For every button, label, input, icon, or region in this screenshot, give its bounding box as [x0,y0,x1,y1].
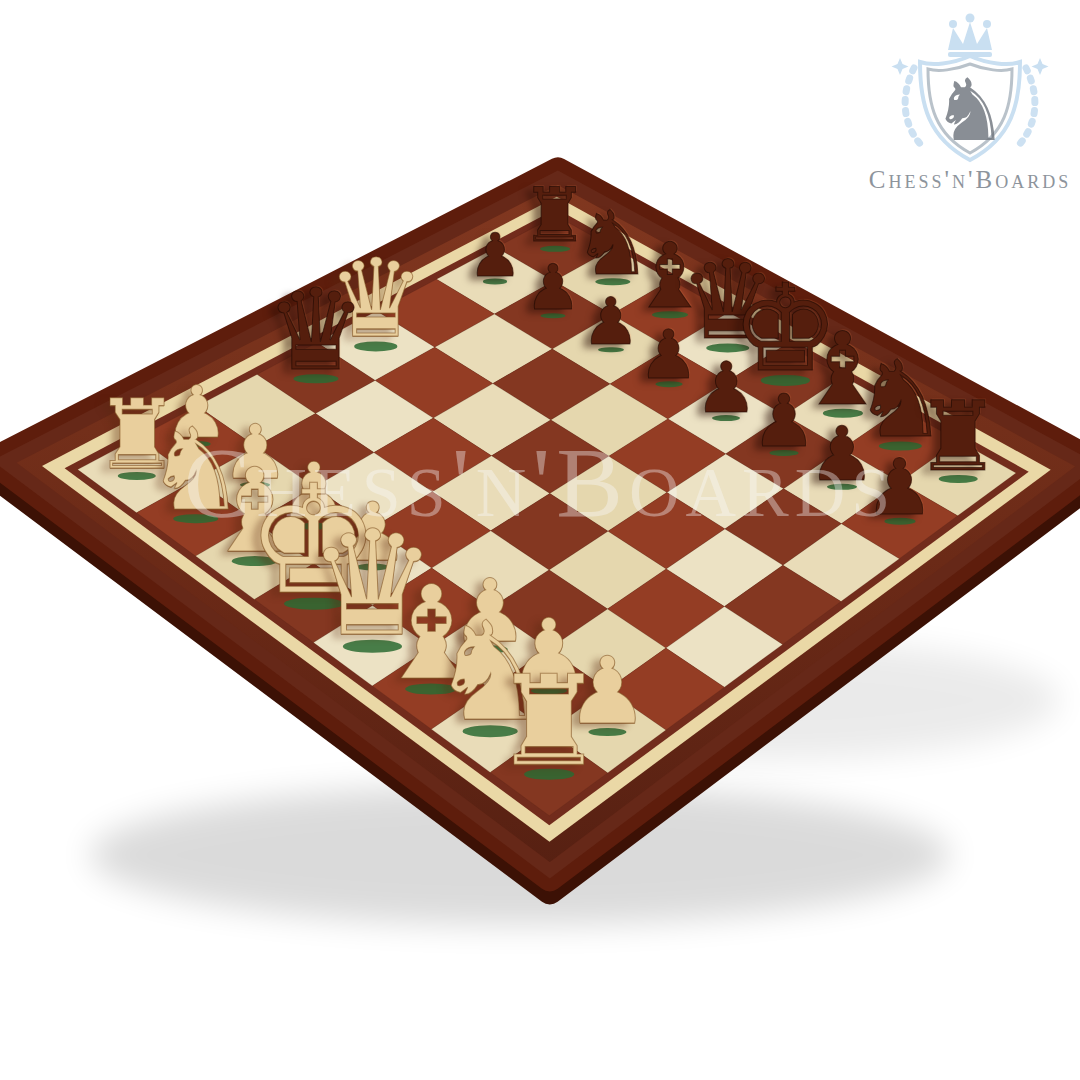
brand-logo-text: Chess'n'Boards [822,166,1080,194]
product-photo: ♜♟♞♝♟♛♛♟♛♚♟♝♟♟♞♟♜♜♟♟♞♟♟♝♟♚♛♟♝♟♞♟♜ Chess'… [0,0,1080,1080]
crown-icon [948,14,992,58]
brand-logo: ♞ Chess'n'Boards [862,6,1078,206]
knight-icon: ♞ [931,60,1008,160]
brand-logo-emblem: ♞ [862,6,1078,166]
board-gloss [0,170,1080,878]
